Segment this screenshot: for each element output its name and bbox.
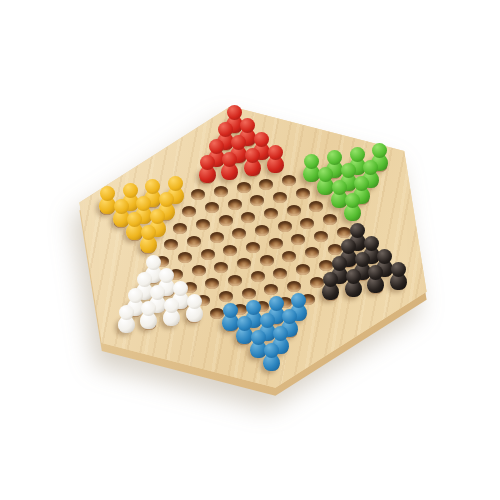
board-hole[interactable] [296, 188, 310, 199]
peg-white[interactable] [161, 293, 182, 326]
peg-head [391, 262, 406, 277]
game-board [0, 0, 500, 500]
peg-head [164, 298, 179, 313]
board-hole[interactable] [282, 175, 296, 186]
peg-head [346, 269, 361, 284]
board-hole[interactable] [300, 218, 314, 229]
peg-head [187, 294, 202, 309]
board-hole[interactable] [296, 264, 310, 275]
board-hole[interactable] [278, 221, 292, 232]
peg-red[interactable] [242, 143, 263, 176]
peg-white[interactable] [184, 289, 205, 322]
board-hole[interactable] [255, 225, 269, 236]
board-hole[interactable] [210, 232, 224, 243]
peg-red[interactable] [265, 140, 286, 173]
board-hole[interactable] [259, 179, 273, 190]
board-hole[interactable] [269, 238, 283, 249]
board-hole[interactable] [246, 242, 260, 253]
peg-blue[interactable] [261, 338, 282, 371]
board-hole[interactable] [192, 265, 206, 276]
peg-head [119, 305, 134, 320]
board-hole[interactable] [214, 186, 228, 197]
board-hole[interactable] [196, 219, 210, 230]
board-hole[interactable] [273, 268, 287, 279]
peg-head [268, 145, 283, 160]
peg-black[interactable] [320, 267, 341, 300]
peg-red[interactable] [219, 147, 240, 180]
board-hole[interactable] [187, 236, 201, 247]
peg-black[interactable] [343, 264, 364, 297]
peg-black[interactable] [365, 260, 386, 293]
board-hole[interactable] [260, 255, 274, 266]
board-hole[interactable] [314, 231, 328, 242]
peg-head [200, 155, 215, 170]
peg-white[interactable] [116, 300, 137, 333]
board-hole[interactable] [228, 199, 242, 210]
peg-green[interactable] [342, 188, 363, 221]
board-hole[interactable] [287, 205, 301, 216]
board-hole[interactable] [273, 192, 287, 203]
peg-white[interactable] [138, 296, 159, 329]
peg-black[interactable] [388, 257, 409, 290]
board-hole[interactable] [237, 182, 251, 193]
product-photo-canvas [0, 0, 500, 500]
peg-head [264, 343, 279, 358]
board-hole[interactable] [228, 275, 242, 286]
board-hole[interactable] [201, 249, 215, 260]
peg-yellow[interactable] [138, 220, 159, 253]
board-hole[interactable] [173, 223, 187, 234]
board-hole[interactable] [214, 262, 228, 273]
peg-red[interactable] [197, 150, 218, 183]
board-hole[interactable] [251, 271, 265, 282]
